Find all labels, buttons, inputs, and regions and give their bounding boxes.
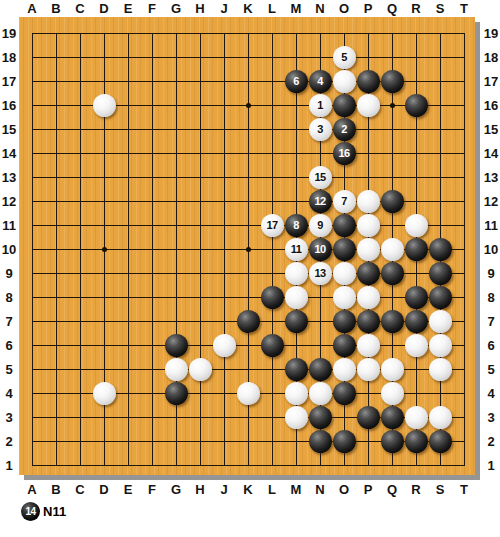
coord-top-G: G <box>171 1 181 16</box>
coord-right-17: 17 <box>484 74 498 89</box>
coord-bottom-K: K <box>243 482 252 497</box>
stone-P17 <box>357 70 380 93</box>
coord-top-E: E <box>124 1 133 16</box>
stone-N17: 4 <box>309 70 332 93</box>
stone-M8 <box>285 286 308 309</box>
stone-O17 <box>333 70 356 93</box>
coord-left-11: 11 <box>2 218 16 233</box>
coord-left-17: 17 <box>2 74 16 89</box>
stone-N15: 3 <box>309 118 332 141</box>
stone-N11: 9 <box>309 214 332 237</box>
stone-O14: 16 <box>333 142 356 165</box>
coord-top-M: M <box>291 1 302 16</box>
coord-bottom-M: M <box>291 482 302 497</box>
coord-right-2: 2 <box>487 434 494 449</box>
stone-O4 <box>333 382 356 405</box>
stone-R7 <box>405 310 428 333</box>
stone-N10: 10 <box>309 238 332 261</box>
coord-right-13: 13 <box>484 170 498 185</box>
stone-Q17 <box>381 70 404 93</box>
coord-left-13: 13 <box>2 170 16 185</box>
coord-top-N: N <box>315 1 324 16</box>
coord-right-11: 11 <box>484 218 498 233</box>
stone-P16 <box>357 94 380 117</box>
stone-P11 <box>357 214 380 237</box>
stone-M5 <box>285 358 308 381</box>
stone-N5 <box>309 358 332 381</box>
caption: 14 N11 <box>21 502 66 521</box>
star-point-Q16 <box>390 103 395 108</box>
stone-S3 <box>429 406 452 429</box>
coord-top-K: K <box>243 1 252 16</box>
coord-bottom-Q: Q <box>387 482 397 497</box>
stone-O6 <box>333 334 356 357</box>
coord-bottom-C: C <box>75 482 84 497</box>
stone-S5 <box>429 358 452 381</box>
stone-R6 <box>405 334 428 357</box>
coord-right-9: 9 <box>487 266 494 281</box>
coord-left-8: 8 <box>5 290 12 305</box>
coord-top-H: H <box>195 1 204 16</box>
stone-P10 <box>357 238 380 261</box>
coord-bottom-P: P <box>364 482 373 497</box>
coord-top-Q: Q <box>387 1 397 16</box>
coord-top-P: P <box>364 1 373 16</box>
coord-right-14: 14 <box>484 146 498 161</box>
coord-bottom-T: T <box>460 482 468 497</box>
stone-O12: 7 <box>333 190 356 213</box>
stone-R3 <box>405 406 428 429</box>
coord-left-1: 1 <box>5 458 12 473</box>
stone-N4 <box>309 382 332 405</box>
coord-right-4: 4 <box>487 386 494 401</box>
coord-top-C: C <box>75 1 84 16</box>
coord-bottom-B: B <box>51 482 60 497</box>
stone-R11 <box>405 214 428 237</box>
stone-R10 <box>405 238 428 261</box>
stone-N13: 15 <box>309 166 332 189</box>
coord-right-1: 1 <box>487 458 494 473</box>
coord-bottom-R: R <box>411 482 420 497</box>
coord-bottom-F: F <box>148 482 156 497</box>
stone-O8 <box>333 286 356 309</box>
stone-P7 <box>357 310 380 333</box>
stone-M7 <box>285 310 308 333</box>
stone-N3 <box>309 406 332 429</box>
stone-Q10 <box>381 238 404 261</box>
coord-right-15: 15 <box>484 122 498 137</box>
caption-move-number: 14 <box>25 506 35 517</box>
coord-left-6: 6 <box>5 338 12 353</box>
coord-bottom-G: G <box>171 482 181 497</box>
stone-P8 <box>357 286 380 309</box>
coord-right-12: 12 <box>484 194 498 209</box>
coord-right-7: 7 <box>487 314 494 329</box>
stone-K4 <box>237 382 260 405</box>
coord-top-D: D <box>99 1 108 16</box>
stone-M3 <box>285 406 308 429</box>
stone-O7 <box>333 310 356 333</box>
stone-Q9 <box>381 262 404 285</box>
coord-top-O: O <box>339 1 349 16</box>
coord-right-18: 18 <box>484 50 498 65</box>
coord-left-7: 7 <box>5 314 12 329</box>
coord-left-18: 18 <box>2 50 16 65</box>
coord-right-6: 6 <box>487 338 494 353</box>
coord-bottom-N: N <box>315 482 324 497</box>
coord-top-B: B <box>51 1 60 16</box>
stone-N12: 12 <box>309 190 332 213</box>
stone-N16: 1 <box>309 94 332 117</box>
coord-bottom-L: L <box>268 482 276 497</box>
stone-S9 <box>429 262 452 285</box>
coord-top-A: A <box>27 1 36 16</box>
go-kifu-diagram: 56413216151271789111013 AABBCCDDEEFFGGHH… <box>0 0 500 537</box>
stone-D16 <box>93 94 116 117</box>
goban[interactable]: 56413216151271789111013 <box>19 17 475 475</box>
stone-O5 <box>333 358 356 381</box>
stone-M9 <box>285 262 308 285</box>
stone-K7 <box>237 310 260 333</box>
coord-right-8: 8 <box>487 290 494 305</box>
stone-O18: 5 <box>333 46 356 69</box>
coord-left-5: 5 <box>5 362 12 377</box>
coord-left-16: 16 <box>2 98 16 113</box>
coord-left-19: 19 <box>2 26 16 41</box>
coord-bottom-S: S <box>436 482 445 497</box>
coord-right-5: 5 <box>487 362 494 377</box>
coord-bottom-O: O <box>339 482 349 497</box>
coord-bottom-D: D <box>99 482 108 497</box>
coord-top-T: T <box>460 1 468 16</box>
stone-M4 <box>285 382 308 405</box>
stone-O16 <box>333 94 356 117</box>
stone-H5 <box>189 358 212 381</box>
stone-P5 <box>357 358 380 381</box>
stone-N9: 13 <box>309 262 332 285</box>
stone-S6 <box>429 334 452 357</box>
coord-top-L: L <box>268 1 276 16</box>
coord-top-R: R <box>411 1 420 16</box>
stone-M11: 8 <box>285 214 308 237</box>
coord-right-16: 16 <box>484 98 498 113</box>
stone-D4 <box>93 382 116 405</box>
coord-top-J: J <box>220 1 227 16</box>
stone-Q5 <box>381 358 404 381</box>
stone-O15: 2 <box>333 118 356 141</box>
coord-bottom-A: A <box>27 482 36 497</box>
stone-P9 <box>357 262 380 285</box>
star-point-K10 <box>246 247 251 252</box>
coord-bottom-J: J <box>220 482 227 497</box>
stone-M10: 11 <box>285 238 308 261</box>
stone-L6 <box>261 334 284 357</box>
stone-S7 <box>429 310 452 333</box>
stone-Q4 <box>381 382 404 405</box>
stone-G6 <box>165 334 188 357</box>
stone-Q2 <box>381 430 404 453</box>
stone-P12 <box>357 190 380 213</box>
stone-O11 <box>333 214 356 237</box>
coord-top-F: F <box>148 1 156 16</box>
coord-top-S: S <box>436 1 445 16</box>
coord-left-9: 9 <box>5 266 12 281</box>
coord-left-14: 14 <box>2 146 16 161</box>
stone-N2 <box>309 430 332 453</box>
stone-S8 <box>429 286 452 309</box>
star-point-D10 <box>102 247 107 252</box>
coord-left-12: 12 <box>2 194 16 209</box>
caption-black-stone-icon: 14 <box>21 502 40 521</box>
stone-R16 <box>405 94 428 117</box>
stone-G4 <box>165 382 188 405</box>
stone-P6 <box>357 334 380 357</box>
coord-right-19: 19 <box>484 26 498 41</box>
stone-Q12 <box>381 190 404 213</box>
stone-R8 <box>405 286 428 309</box>
stone-P3 <box>357 406 380 429</box>
stone-Q7 <box>381 310 404 333</box>
coord-left-15: 15 <box>2 122 16 137</box>
stone-R2 <box>405 430 428 453</box>
stone-J6 <box>213 334 236 357</box>
coord-bottom-E: E <box>124 482 133 497</box>
star-point-K16 <box>246 103 251 108</box>
stone-O10 <box>333 238 356 261</box>
stone-L8 <box>261 286 284 309</box>
coord-left-4: 4 <box>5 386 12 401</box>
stone-M17: 6 <box>285 70 308 93</box>
coord-left-2: 2 <box>5 434 12 449</box>
stone-O2 <box>333 430 356 453</box>
stone-S2 <box>429 430 452 453</box>
board-grid: 56413216151271789111013 <box>32 33 465 466</box>
caption-location: N11 <box>43 504 66 519</box>
coord-right-3: 3 <box>487 410 494 425</box>
coord-bottom-H: H <box>195 482 204 497</box>
stone-Q3 <box>381 406 404 429</box>
stone-S10 <box>429 238 452 261</box>
coord-left-10: 10 <box>2 242 16 257</box>
coord-left-3: 3 <box>5 410 12 425</box>
stone-L11: 17 <box>261 214 284 237</box>
stone-G5 <box>165 358 188 381</box>
coord-right-10: 10 <box>484 242 498 257</box>
stone-O9 <box>333 262 356 285</box>
